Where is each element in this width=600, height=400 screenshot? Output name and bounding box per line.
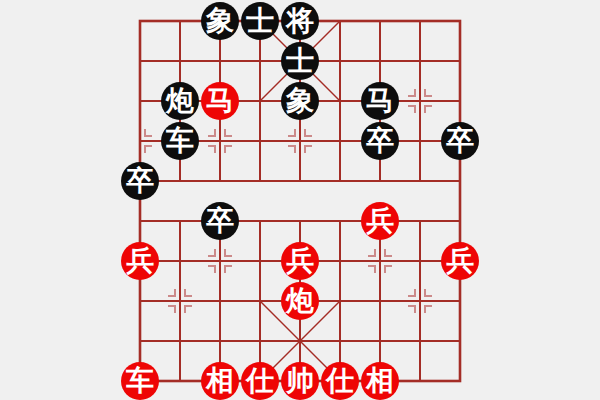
board-point-8-5[interactable]	[440, 201, 480, 241]
black-advisor[interactable]: 士	[241, 2, 279, 40]
board-point-3-2[interactable]	[240, 81, 280, 121]
board-point-5-2[interactable]	[320, 81, 360, 121]
board-point-1-1[interactable]	[160, 41, 200, 81]
board-point-5-3[interactable]	[320, 121, 360, 161]
black-pawn[interactable]: 卒	[121, 162, 159, 200]
black-pawn[interactable]: 卒	[361, 122, 399, 160]
red-elephant[interactable]: 相	[201, 362, 239, 400]
black-elephant[interactable]: 象	[281, 82, 319, 120]
board-point-0-3[interactable]	[120, 121, 160, 161]
black-elephant[interactable]: 象	[201, 2, 239, 40]
board-point-0-2[interactable]	[120, 81, 160, 121]
board-point-6-6[interactable]	[360, 241, 400, 281]
red-general[interactable]: 帅	[281, 362, 319, 400]
board-point-8-2[interactable]	[440, 81, 480, 121]
board-point-8-8[interactable]	[440, 321, 480, 361]
board-point-0-8[interactable]	[120, 321, 160, 361]
board-point-8-7[interactable]	[440, 281, 480, 321]
board-point-1-6[interactable]	[160, 241, 200, 281]
xiangqi-board: 象士将士炮马象马车卒卒卒卒兵兵兵兵炮车相仕帅仕相	[0, 0, 600, 400]
board-point-7-3[interactable]	[400, 121, 440, 161]
red-pawn[interactable]: 兵	[361, 202, 399, 240]
board-point-7-9[interactable]	[400, 361, 440, 400]
board-point-4-8[interactable]	[280, 321, 320, 361]
board-point-7-4[interactable]	[400, 161, 440, 201]
board-point-2-8[interactable]	[200, 321, 240, 361]
board-point-7-2[interactable]	[400, 81, 440, 121]
board-point-5-1[interactable]	[320, 41, 360, 81]
board-point-1-5[interactable]	[160, 201, 200, 241]
red-advisor[interactable]: 仕	[241, 362, 279, 400]
red-pawn[interactable]: 兵	[441, 242, 479, 280]
board-point-6-4[interactable]	[360, 161, 400, 201]
board-point-3-8[interactable]	[240, 321, 280, 361]
board-point-0-0[interactable]	[120, 1, 160, 41]
board-point-7-0[interactable]	[400, 1, 440, 41]
board-point-1-7[interactable]	[160, 281, 200, 321]
board-point-4-4[interactable]	[280, 161, 320, 201]
board-point-0-7[interactable]	[120, 281, 160, 321]
board-point-8-0[interactable]	[440, 1, 480, 41]
board-point-1-8[interactable]	[160, 321, 200, 361]
board-point-2-7[interactable]	[200, 281, 240, 321]
red-chariot[interactable]: 车	[121, 362, 159, 400]
board-point-7-7[interactable]	[400, 281, 440, 321]
board-point-8-9[interactable]	[440, 361, 480, 400]
black-horse[interactable]: 马	[361, 82, 399, 120]
board-point-7-1[interactable]	[400, 41, 440, 81]
red-horse[interactable]: 马	[201, 82, 239, 120]
board-point-7-8[interactable]	[400, 321, 440, 361]
board-point-6-0[interactable]	[360, 1, 400, 41]
board-point-2-6[interactable]	[200, 241, 240, 281]
board-point-0-5[interactable]	[120, 201, 160, 241]
red-pawn[interactable]: 兵	[121, 242, 159, 280]
board-point-0-1[interactable]	[120, 41, 160, 81]
board-point-6-1[interactable]	[360, 41, 400, 81]
board-point-2-3[interactable]	[200, 121, 240, 161]
black-advisor[interactable]: 士	[281, 42, 319, 80]
board-point-7-5[interactable]	[400, 201, 440, 241]
red-cannon[interactable]: 炮	[281, 282, 319, 320]
board-point-8-1[interactable]	[440, 41, 480, 81]
board-point-3-6[interactable]	[240, 241, 280, 281]
board-grid: 象士将士炮马象马车卒卒卒卒兵兵兵兵炮车相仕帅仕相	[120, 1, 480, 400]
board-point-3-4[interactable]	[240, 161, 280, 201]
black-pawn[interactable]: 卒	[441, 122, 479, 160]
black-pawn[interactable]: 卒	[201, 202, 239, 240]
board-point-3-7[interactable]	[240, 281, 280, 321]
board-point-2-1[interactable]	[200, 41, 240, 81]
board-point-3-3[interactable]	[240, 121, 280, 161]
board-point-5-7[interactable]	[320, 281, 360, 321]
board-point-5-5[interactable]	[320, 201, 360, 241]
board-point-2-4[interactable]	[200, 161, 240, 201]
board-point-5-0[interactable]	[320, 1, 360, 41]
board-point-5-4[interactable]	[320, 161, 360, 201]
board-point-3-5[interactable]	[240, 201, 280, 241]
red-pawn[interactable]: 兵	[281, 242, 319, 280]
board-point-1-4[interactable]	[160, 161, 200, 201]
red-elephant[interactable]: 相	[361, 362, 399, 400]
board-point-6-8[interactable]	[360, 321, 400, 361]
board-point-4-5[interactable]	[280, 201, 320, 241]
board-point-1-0[interactable]	[160, 1, 200, 41]
board-point-5-8[interactable]	[320, 321, 360, 361]
board-point-8-4[interactable]	[440, 161, 480, 201]
black-general[interactable]: 将	[281, 2, 319, 40]
board-point-5-6[interactable]	[320, 241, 360, 281]
board-point-1-9[interactable]	[160, 361, 200, 400]
board-point-4-3[interactable]	[280, 121, 320, 161]
red-advisor[interactable]: 仕	[321, 362, 359, 400]
black-cannon[interactable]: 炮	[161, 82, 199, 120]
board-point-3-1[interactable]	[240, 41, 280, 81]
board-point-6-7[interactable]	[360, 281, 400, 321]
board-point-7-6[interactable]	[400, 241, 440, 281]
black-chariot[interactable]: 车	[161, 122, 199, 160]
